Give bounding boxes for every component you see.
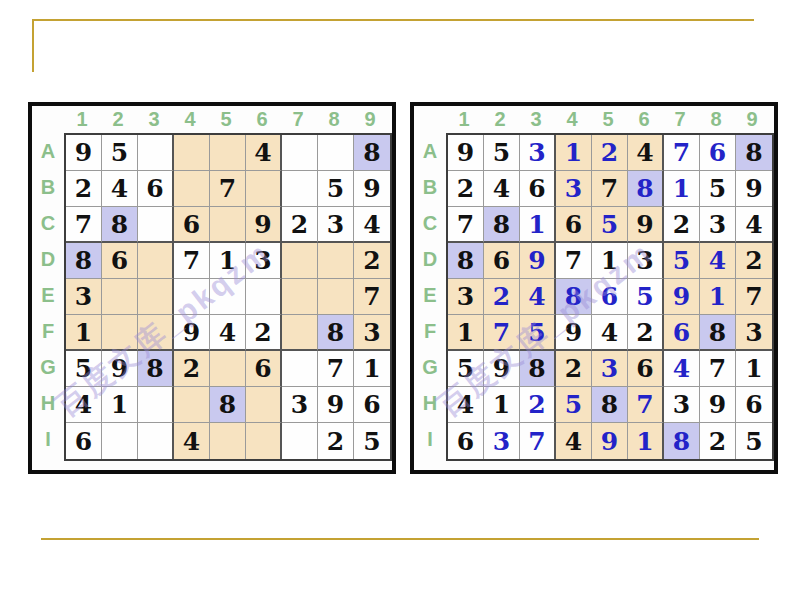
- col-label-4: 4: [172, 106, 208, 132]
- cell-D9: 2: [354, 243, 390, 279]
- col-label-9: 9: [734, 106, 770, 132]
- cell-A4: [174, 135, 210, 171]
- row-label-D: D: [414, 241, 446, 277]
- cell-F5: 4: [592, 315, 628, 351]
- cell-C3: 1: [520, 207, 556, 243]
- column-labels: 123456789: [64, 106, 388, 132]
- cell-D3: 9: [520, 243, 556, 279]
- cell-A3: [138, 135, 174, 171]
- cell-D6: 3: [628, 243, 664, 279]
- cell-F7: [282, 315, 318, 351]
- col-label-6: 6: [244, 106, 280, 132]
- cell-G9: 1: [354, 351, 390, 387]
- cell-I1: 6: [66, 423, 102, 459]
- cell-G2: 9: [102, 351, 138, 387]
- cell-I2: [102, 423, 138, 459]
- cell-B7: 1: [664, 171, 700, 207]
- cell-I4: 4: [556, 423, 592, 459]
- cell-D5: 1: [592, 243, 628, 279]
- cell-G1: 5: [66, 351, 102, 387]
- cell-H7: 3: [664, 387, 700, 423]
- cell-H8: 9: [700, 387, 736, 423]
- cell-E3: 4: [520, 279, 556, 315]
- cell-B5: 7: [210, 171, 246, 207]
- left-gold-rule: [32, 19, 34, 72]
- cell-C5: 5: [592, 207, 628, 243]
- cell-E5: [210, 279, 246, 315]
- cell-A8: [318, 135, 354, 171]
- cell-A8: 6: [700, 135, 736, 171]
- cell-E8: [318, 279, 354, 315]
- cell-I7: 8: [664, 423, 700, 459]
- cell-D5: 1: [210, 243, 246, 279]
- cell-E7: 9: [664, 279, 700, 315]
- cell-A9: 8: [736, 135, 772, 171]
- row-label-F: F: [32, 313, 64, 349]
- cell-C4: 6: [556, 207, 592, 243]
- cell-E4: [174, 279, 210, 315]
- cell-G9: 1: [736, 351, 772, 387]
- row-labels: ABCDEFGHI: [414, 133, 446, 457]
- column-labels: 123456789: [446, 106, 770, 132]
- cell-A5: [210, 135, 246, 171]
- cell-E4: 8: [556, 279, 592, 315]
- row-label-B: B: [414, 169, 446, 205]
- cell-H6: 7: [628, 387, 664, 423]
- col-label-7: 7: [662, 106, 698, 132]
- cell-H5: 8: [210, 387, 246, 423]
- row-label-H: H: [414, 385, 446, 421]
- cell-D2: 6: [484, 243, 520, 279]
- cell-B8: 5: [700, 171, 736, 207]
- row-label-C: C: [32, 205, 64, 241]
- cell-C8: 3: [318, 207, 354, 243]
- cell-B3: 6: [520, 171, 556, 207]
- cell-D7: [282, 243, 318, 279]
- cell-H7: 3: [282, 387, 318, 423]
- cell-I3: 7: [520, 423, 556, 459]
- cell-D1: 8: [448, 243, 484, 279]
- sudoku-grid-puzzle: 9548246759786923486713237194283598267141…: [64, 133, 392, 461]
- cell-G5: [210, 351, 246, 387]
- cell-H1: 4: [66, 387, 102, 423]
- cell-H9: 6: [736, 387, 772, 423]
- row-label-A: A: [414, 133, 446, 169]
- cell-A2: 5: [102, 135, 138, 171]
- cell-E8: 1: [700, 279, 736, 315]
- cell-B6: 8: [628, 171, 664, 207]
- cell-B9: 9: [354, 171, 390, 207]
- col-label-7: 7: [280, 106, 316, 132]
- cell-A6: 4: [246, 135, 282, 171]
- row-label-D: D: [32, 241, 64, 277]
- cell-F4: 9: [174, 315, 210, 351]
- cell-C7: 2: [664, 207, 700, 243]
- cell-F9: 3: [736, 315, 772, 351]
- cell-H8: 9: [318, 387, 354, 423]
- cell-D7: 5: [664, 243, 700, 279]
- cell-F8: 8: [700, 315, 736, 351]
- cell-D1: 8: [66, 243, 102, 279]
- cell-B2: 4: [102, 171, 138, 207]
- col-label-9: 9: [352, 106, 388, 132]
- cell-E2: [102, 279, 138, 315]
- cell-C5: [210, 207, 246, 243]
- row-labels: ABCDEFGHI: [32, 133, 64, 457]
- cell-A6: 4: [628, 135, 664, 171]
- cell-F4: 9: [556, 315, 592, 351]
- cell-B7: [282, 171, 318, 207]
- cell-E5: 6: [592, 279, 628, 315]
- cell-E2: 2: [484, 279, 520, 315]
- cell-I1: 6: [448, 423, 484, 459]
- row-label-C: C: [414, 205, 446, 241]
- cell-E1: 3: [448, 279, 484, 315]
- cell-D2: 6: [102, 243, 138, 279]
- cell-H5: 8: [592, 387, 628, 423]
- col-label-2: 2: [100, 106, 136, 132]
- cell-G8: 7: [700, 351, 736, 387]
- row-label-E: E: [414, 277, 446, 313]
- col-label-8: 8: [316, 106, 352, 132]
- cell-D6: 3: [246, 243, 282, 279]
- cell-D8: [318, 243, 354, 279]
- cell-A7: [282, 135, 318, 171]
- cell-I6: 1: [628, 423, 664, 459]
- cell-H9: 6: [354, 387, 390, 423]
- cell-G6: 6: [246, 351, 282, 387]
- cell-A3: 3: [520, 135, 556, 171]
- cell-B2: 4: [484, 171, 520, 207]
- cell-B1: 2: [66, 171, 102, 207]
- cell-C1: 7: [448, 207, 484, 243]
- cell-F3: [138, 315, 174, 351]
- cell-F7: 6: [664, 315, 700, 351]
- slide-canvas: 123456789 ABCDEFGHI 95482467597869234867…: [0, 0, 800, 600]
- cell-D8: 4: [700, 243, 736, 279]
- cell-G6: 6: [628, 351, 664, 387]
- cell-H4: 5: [556, 387, 592, 423]
- cell-B4: [174, 171, 210, 207]
- cell-G1: 5: [448, 351, 484, 387]
- row-label-A: A: [32, 133, 64, 169]
- col-label-1: 1: [64, 106, 100, 132]
- row-label-B: B: [32, 169, 64, 205]
- cell-E7: [282, 279, 318, 315]
- cell-H4: [174, 387, 210, 423]
- cell-G3: 8: [520, 351, 556, 387]
- sudoku-grid-solution: 9531247682463781597816592348697135423248…: [446, 133, 774, 461]
- cell-A5: 2: [592, 135, 628, 171]
- row-label-F: F: [414, 313, 446, 349]
- cell-C6: 9: [628, 207, 664, 243]
- cell-I5: 9: [592, 423, 628, 459]
- cell-C8: 3: [700, 207, 736, 243]
- cell-D3: [138, 243, 174, 279]
- cell-F3: 5: [520, 315, 556, 351]
- col-label-6: 6: [626, 106, 662, 132]
- cell-A9: 8: [354, 135, 390, 171]
- cell-H1: 4: [448, 387, 484, 423]
- cell-I6: [246, 423, 282, 459]
- col-label-3: 3: [518, 106, 554, 132]
- cell-C2: 8: [102, 207, 138, 243]
- cell-C9: 4: [354, 207, 390, 243]
- top-gold-rule: [33, 19, 754, 21]
- cell-H2: 1: [484, 387, 520, 423]
- cell-F5: 4: [210, 315, 246, 351]
- cell-A1: 9: [448, 135, 484, 171]
- cell-I9: 5: [354, 423, 390, 459]
- cell-C9: 4: [736, 207, 772, 243]
- cell-I3: [138, 423, 174, 459]
- cell-I5: [210, 423, 246, 459]
- col-label-1: 1: [446, 106, 482, 132]
- col-label-4: 4: [554, 106, 590, 132]
- cell-G2: 9: [484, 351, 520, 387]
- cell-B6: [246, 171, 282, 207]
- cell-G5: 3: [592, 351, 628, 387]
- cell-F8: 8: [318, 315, 354, 351]
- col-label-2: 2: [482, 106, 518, 132]
- cell-I4: 4: [174, 423, 210, 459]
- cell-F6: 2: [628, 315, 664, 351]
- cell-C1: 7: [66, 207, 102, 243]
- cell-H6: [246, 387, 282, 423]
- cell-B1: 2: [448, 171, 484, 207]
- cell-B9: 9: [736, 171, 772, 207]
- cell-D4: 7: [556, 243, 592, 279]
- cell-I2: 3: [484, 423, 520, 459]
- cell-F2: [102, 315, 138, 351]
- cell-G4: 2: [556, 351, 592, 387]
- cell-B3: 6: [138, 171, 174, 207]
- cell-C7: 2: [282, 207, 318, 243]
- cell-I8: 2: [318, 423, 354, 459]
- cell-I7: [282, 423, 318, 459]
- cell-G7: 4: [664, 351, 700, 387]
- cell-G8: 7: [318, 351, 354, 387]
- cell-E1: 3: [66, 279, 102, 315]
- col-label-5: 5: [590, 106, 626, 132]
- cell-E6: [246, 279, 282, 315]
- cell-B8: 5: [318, 171, 354, 207]
- cell-E6: 5: [628, 279, 664, 315]
- row-label-H: H: [32, 385, 64, 421]
- cell-F6: 2: [246, 315, 282, 351]
- col-label-5: 5: [208, 106, 244, 132]
- cell-H3: [138, 387, 174, 423]
- solution-board: 123456789 ABCDEFGHI 95312476824637815978…: [410, 102, 778, 474]
- cell-E3: [138, 279, 174, 315]
- cell-F2: 7: [484, 315, 520, 351]
- cell-I9: 5: [736, 423, 772, 459]
- cell-A7: 7: [664, 135, 700, 171]
- row-label-E: E: [32, 277, 64, 313]
- cell-D9: 2: [736, 243, 772, 279]
- cell-G4: 2: [174, 351, 210, 387]
- cell-F9: 3: [354, 315, 390, 351]
- bottom-gold-rule: [41, 538, 759, 540]
- cell-F1: 1: [448, 315, 484, 351]
- cell-F1: 1: [66, 315, 102, 351]
- cell-E9: 7: [736, 279, 772, 315]
- cell-C2: 8: [484, 207, 520, 243]
- cell-C4: 6: [174, 207, 210, 243]
- cell-H2: 1: [102, 387, 138, 423]
- row-label-G: G: [32, 349, 64, 385]
- cell-D4: 7: [174, 243, 210, 279]
- cell-A2: 5: [484, 135, 520, 171]
- col-label-8: 8: [698, 106, 734, 132]
- row-label-G: G: [414, 349, 446, 385]
- cell-I8: 2: [700, 423, 736, 459]
- row-label-I: I: [32, 421, 64, 457]
- cell-A1: 9: [66, 135, 102, 171]
- puzzle-board: 123456789 ABCDEFGHI 95482467597869234867…: [28, 102, 396, 474]
- cell-C3: [138, 207, 174, 243]
- cell-G7: [282, 351, 318, 387]
- cell-E9: 7: [354, 279, 390, 315]
- row-label-I: I: [414, 421, 446, 457]
- cell-C6: 9: [246, 207, 282, 243]
- col-label-3: 3: [136, 106, 172, 132]
- cell-G3: 8: [138, 351, 174, 387]
- cell-A4: 1: [556, 135, 592, 171]
- cell-B5: 7: [592, 171, 628, 207]
- cell-B4: 3: [556, 171, 592, 207]
- cell-H3: 2: [520, 387, 556, 423]
